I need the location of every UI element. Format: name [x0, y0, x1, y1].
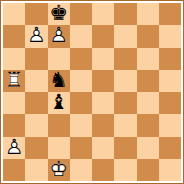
white-pawn[interactable]: ♟♙: [3, 137, 25, 159]
square-c8[interactable]: ♚: [48, 3, 70, 25]
square-g4[interactable]: [137, 92, 159, 114]
white-pawn[interactable]: ♟♙: [48, 25, 70, 47]
square-h6[interactable]: [159, 48, 181, 70]
square-e7[interactable]: [92, 25, 114, 47]
square-g8[interactable]: [137, 3, 159, 25]
white-rook[interactable]: ♜♖: [3, 70, 25, 92]
square-d6[interactable]: [70, 48, 92, 70]
square-c1[interactable]: ♚♔: [48, 159, 70, 181]
square-h8[interactable]: [159, 3, 181, 25]
square-g3[interactable]: [137, 114, 159, 136]
square-b7[interactable]: ♟♙: [25, 25, 47, 47]
black-bishop-glyph: ♝: [49, 92, 68, 113]
square-h2[interactable]: [159, 137, 181, 159]
square-d8[interactable]: [70, 3, 92, 25]
square-a2[interactable]: ♟♙: [3, 137, 25, 159]
square-a6[interactable]: [3, 48, 25, 70]
white-rook-outline-glyph: ♖: [5, 70, 24, 91]
square-e1[interactable]: [92, 159, 114, 181]
square-f8[interactable]: [114, 3, 136, 25]
chess-board: ♚♟♙♟♙♜♖♞♝♟♙♚♔: [0, 0, 184, 184]
square-g7[interactable]: [137, 25, 159, 47]
square-c5[interactable]: ♞: [48, 70, 70, 92]
square-b2[interactable]: [25, 137, 47, 159]
square-e4[interactable]: [92, 92, 114, 114]
square-e2[interactable]: [92, 137, 114, 159]
square-e6[interactable]: [92, 48, 114, 70]
black-knight-glyph: ♞: [49, 70, 68, 91]
square-d7[interactable]: [70, 25, 92, 47]
square-b3[interactable]: [25, 114, 47, 136]
black-king-glyph: ♚: [49, 3, 68, 24]
square-a1[interactable]: [3, 159, 25, 181]
square-c3[interactable]: [48, 114, 70, 136]
white-king[interactable]: ♚♔: [48, 159, 70, 181]
black-knight[interactable]: ♞: [48, 70, 70, 92]
square-g6[interactable]: [137, 48, 159, 70]
square-e8[interactable]: [92, 3, 114, 25]
square-f2[interactable]: [114, 137, 136, 159]
square-h4[interactable]: [159, 92, 181, 114]
square-g2[interactable]: [137, 137, 159, 159]
square-b8[interactable]: [25, 3, 47, 25]
square-d3[interactable]: [70, 114, 92, 136]
square-h7[interactable]: [159, 25, 181, 47]
square-a5[interactable]: ♜♖: [3, 70, 25, 92]
square-b6[interactable]: [25, 48, 47, 70]
square-d2[interactable]: [70, 137, 92, 159]
square-c7[interactable]: ♟♙: [48, 25, 70, 47]
square-h3[interactable]: [159, 114, 181, 136]
square-b5[interactable]: [25, 70, 47, 92]
square-g5[interactable]: [137, 70, 159, 92]
square-f6[interactable]: [114, 48, 136, 70]
square-d1[interactable]: [70, 159, 92, 181]
square-c4[interactable]: ♝: [48, 92, 70, 114]
square-c6[interactable]: [48, 48, 70, 70]
square-c2[interactable]: [48, 137, 70, 159]
white-king-outline-glyph: ♔: [49, 159, 68, 180]
white-pawn-outline-glyph: ♙: [5, 137, 24, 158]
white-pawn-outline-glyph: ♙: [27, 25, 46, 46]
square-a7[interactable]: [3, 25, 25, 47]
black-king[interactable]: ♚: [48, 3, 70, 25]
square-e3[interactable]: [92, 114, 114, 136]
square-f3[interactable]: [114, 114, 136, 136]
square-e5[interactable]: [92, 70, 114, 92]
square-a3[interactable]: [3, 114, 25, 136]
square-f7[interactable]: [114, 25, 136, 47]
square-a4[interactable]: [3, 92, 25, 114]
board-grid: ♚♟♙♟♙♜♖♞♝♟♙♚♔: [3, 3, 181, 181]
square-d4[interactable]: [70, 92, 92, 114]
square-f4[interactable]: [114, 92, 136, 114]
square-h5[interactable]: [159, 70, 181, 92]
square-a8[interactable]: [3, 3, 25, 25]
square-f5[interactable]: [114, 70, 136, 92]
square-f1[interactable]: [114, 159, 136, 181]
black-bishop[interactable]: ♝: [48, 92, 70, 114]
square-d5[interactable]: [70, 70, 92, 92]
square-b4[interactable]: [25, 92, 47, 114]
white-pawn[interactable]: ♟♙: [25, 25, 47, 47]
square-b1[interactable]: [25, 159, 47, 181]
white-pawn-outline-glyph: ♙: [49, 25, 68, 46]
square-h1[interactable]: [159, 159, 181, 181]
square-g1[interactable]: [137, 159, 159, 181]
